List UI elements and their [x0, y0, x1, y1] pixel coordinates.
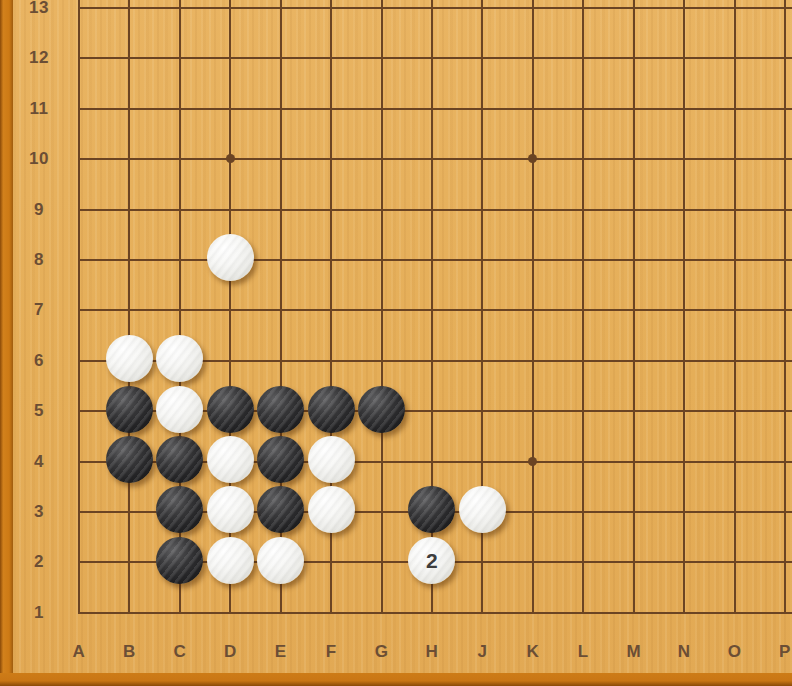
stone-black-H3 [408, 486, 455, 533]
row-label-11: 11 [30, 99, 49, 119]
board-left-border [0, 0, 13, 686]
stone-white-C6 [156, 335, 203, 382]
row-label-10: 10 [29, 149, 49, 169]
stone-white-D2 [207, 537, 254, 584]
go-board[interactable]: 2 ABCDEFGHJKLMNOP13121110987654321 [0, 0, 792, 686]
star-point-K4 [528, 457, 537, 466]
stone-white-D4 [207, 436, 254, 483]
stone-black-C2 [156, 537, 203, 584]
stone-black-C4 [156, 436, 203, 483]
stone-white-D8 [207, 234, 254, 281]
row-label-4: 4 [34, 452, 44, 472]
row-label-7: 7 [34, 300, 44, 320]
row-label-6: 6 [34, 351, 44, 371]
row-label-5: 5 [34, 401, 44, 421]
stone-black-B5 [106, 386, 153, 433]
stone-white-F4 [308, 436, 355, 483]
row-label-9: 9 [34, 200, 44, 220]
column-label-K: K [526, 642, 539, 662]
stone-white-B6 [106, 335, 153, 382]
stone-black-D5 [207, 386, 254, 433]
stone-white-C5 [156, 386, 203, 433]
star-point-D10 [226, 154, 235, 163]
column-label-M: M [626, 642, 641, 662]
stone-white-H2: 2 [408, 537, 455, 584]
move-number-label: 2 [426, 550, 438, 571]
column-label-F: F [326, 642, 337, 662]
column-label-H: H [426, 642, 439, 662]
stone-black-E5 [257, 386, 304, 433]
row-label-1: 1 [34, 603, 44, 623]
row-label-2: 2 [34, 552, 44, 572]
column-label-L: L [578, 642, 589, 662]
column-label-E: E [275, 642, 287, 662]
board-horizontal-lines [78, 7, 792, 614]
column-label-N: N [678, 642, 691, 662]
row-label-3: 3 [34, 502, 44, 522]
stone-white-F3 [308, 486, 355, 533]
column-label-D: D [224, 642, 237, 662]
row-label-8: 8 [34, 250, 44, 270]
stone-black-E3 [257, 486, 304, 533]
column-label-G: G [375, 642, 389, 662]
column-label-P: P [779, 642, 791, 662]
star-point-K10 [528, 154, 537, 163]
column-label-B: B [123, 642, 136, 662]
board-bottom-border [0, 673, 792, 686]
column-label-J: J [477, 642, 487, 662]
stone-white-J3 [459, 486, 506, 533]
column-label-O: O [728, 642, 742, 662]
stone-black-E4 [257, 436, 304, 483]
stone-white-E2 [257, 537, 304, 584]
row-label-12: 12 [29, 48, 49, 68]
column-label-A: A [73, 642, 86, 662]
column-label-C: C [173, 642, 186, 662]
stone-black-B4 [106, 436, 153, 483]
stone-black-C3 [156, 486, 203, 533]
stone-black-F5 [308, 386, 355, 433]
board-vertical-lines [78, 0, 792, 614]
stone-black-G5 [358, 386, 405, 433]
stone-white-D3 [207, 486, 254, 533]
intersection-grid: 2 [54, 0, 792, 638]
row-label-13: 13 [29, 0, 49, 18]
